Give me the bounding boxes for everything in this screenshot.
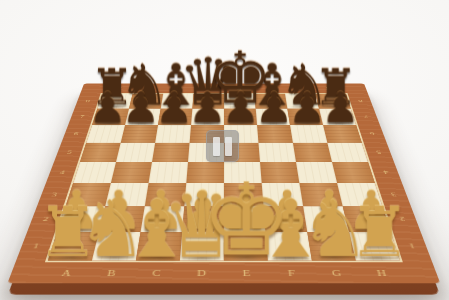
square-h7: ♟	[319, 109, 356, 125]
square-e7: ♟	[224, 109, 257, 125]
square-a5	[80, 143, 121, 162]
square-f5	[258, 143, 296, 162]
chess-photo: ABCDEFGH 87654321 87654321 ABCDEFGH ♜♞♝♛…	[0, 0, 449, 300]
squares-grid: ♜♞♝♛♚♝♞♜♟♟♟♟♟♟♟♟♟♟♟♟♟♟♟♟♜♞♝♛♚♝♞♜	[45, 93, 403, 262]
watermark-bar	[213, 137, 220, 156]
square-e1: ♚	[224, 232, 268, 261]
square-f7: ♟	[256, 109, 290, 125]
square-c5	[152, 143, 190, 162]
square-g7: ♟	[287, 109, 323, 125]
square-g5	[293, 143, 332, 162]
watermark-badge	[206, 130, 239, 162]
square-b5	[116, 143, 155, 162]
square-h5	[327, 143, 368, 162]
piece-white-king: ♚	[202, 171, 291, 271]
chess-board: ABCDEFGH 87654321 87654321 ABCDEFGH ♜♞♝♛…	[7, 84, 440, 284]
square-c7: ♟	[158, 109, 192, 125]
piece-black-pawn: ♟	[321, 86, 359, 129]
square-d7: ♟	[191, 109, 224, 125]
watermark-bar	[225, 137, 232, 156]
